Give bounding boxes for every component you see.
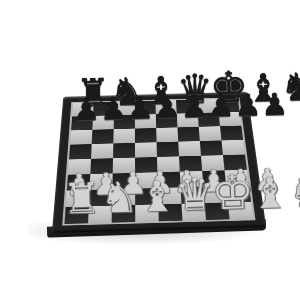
- square-a8: [72, 103, 94, 117]
- square-c2: [112, 189, 135, 206]
- square-d6: [135, 128, 157, 143]
- square-c6: [113, 129, 135, 144]
- square-d4: [135, 157, 157, 173]
- square-a2: [66, 190, 90, 207]
- square-e8: [155, 100, 176, 114]
- square-c4: [113, 158, 135, 174]
- square-c8: [114, 101, 135, 115]
- square-h3: [225, 170, 249, 186]
- square-h5: [221, 140, 245, 155]
- square-c1: [112, 205, 136, 223]
- square-d2: [135, 188, 158, 205]
- square-c7: [114, 115, 135, 129]
- square-d7: [135, 114, 156, 128]
- square-g2: [203, 186, 227, 203]
- chess-board: [52, 92, 266, 233]
- square-b5: [91, 143, 113, 158]
- square-d5: [135, 142, 157, 157]
- square-g4: [201, 155, 225, 171]
- square-d3: [135, 172, 158, 188]
- square-f4: [179, 156, 202, 172]
- square-e3: [157, 172, 180, 188]
- square-a1: [64, 206, 88, 224]
- square-e2: [158, 187, 182, 204]
- square-f8: [176, 100, 198, 114]
- product-photo: ♜♞♝♛♚♝♞♜ ♟♟♟♟♟♟♟♟ ♟♟♟♟♟♟♟♟ ♜♞♝♛♚♝♞♜: [0, 0, 300, 297]
- black-pawn-piece: ♟: [261, 92, 289, 117]
- square-h2: [226, 186, 251, 203]
- square-b7: [92, 115, 114, 129]
- square-b4: [90, 158, 113, 174]
- square-e7: [156, 114, 178, 128]
- square-h6: [220, 126, 243, 141]
- square-a5: [69, 144, 92, 159]
- square-b1: [88, 206, 112, 224]
- square-g7: [198, 112, 220, 126]
- square-a4: [68, 159, 91, 175]
- black-knight-piece: ♞: [280, 71, 300, 102]
- square-e4: [157, 156, 180, 172]
- square-b3: [90, 174, 113, 190]
- square-d8: [135, 101, 156, 115]
- square-c3: [112, 173, 135, 189]
- square-c5: [113, 143, 135, 158]
- square-g8: [197, 99, 219, 113]
- square-f2: [181, 187, 205, 204]
- square-e1: [158, 204, 182, 222]
- square-g1: [205, 202, 230, 220]
- square-b2: [89, 189, 113, 206]
- square-a7: [71, 116, 93, 130]
- square-f1: [181, 203, 205, 221]
- square-f6: [177, 127, 199, 142]
- square-f7: [177, 113, 199, 127]
- square-g5: [200, 140, 223, 155]
- square-h1: [228, 202, 253, 220]
- square-g6: [199, 126, 222, 141]
- square-e5: [157, 142, 179, 157]
- square-a3: [67, 174, 90, 190]
- silver-knight-piece: ♞: [288, 176, 300, 211]
- board-squares: [62, 97, 255, 225]
- square-h7: [219, 112, 242, 126]
- square-f3: [180, 171, 204, 187]
- square-h8: [217, 99, 239, 113]
- square-d1: [135, 204, 159, 222]
- square-e6: [156, 127, 178, 142]
- square-b8: [93, 102, 114, 116]
- square-g3: [202, 170, 226, 186]
- square-h4: [223, 155, 247, 171]
- square-f5: [178, 141, 201, 156]
- square-b6: [92, 129, 114, 144]
- square-a6: [70, 130, 92, 145]
- black-bishop-piece: ♝: [246, 72, 281, 103]
